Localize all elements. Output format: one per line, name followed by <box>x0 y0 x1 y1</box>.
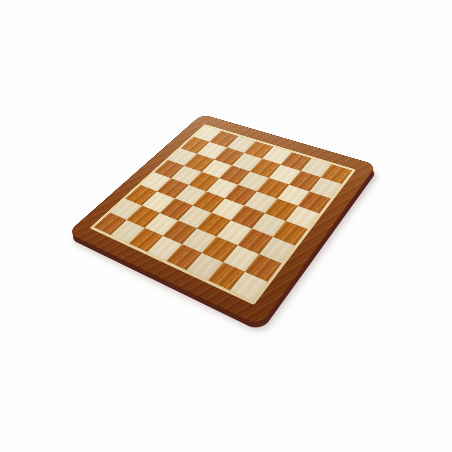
product-photo-scene <box>0 0 452 452</box>
chess-board <box>67 114 377 327</box>
board-wrap <box>0 0 452 452</box>
board-squares-grid <box>94 126 352 301</box>
